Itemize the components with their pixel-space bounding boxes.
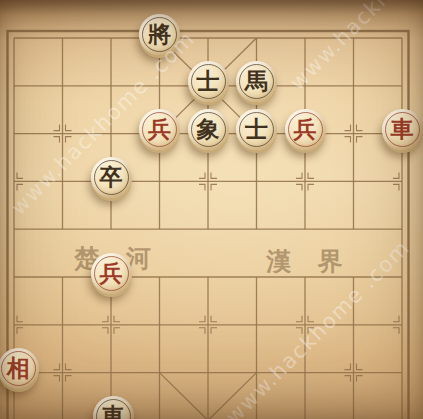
- piece-glyph: 兵: [100, 261, 123, 284]
- piece-black-advisor-2[interactable]: 士: [236, 109, 277, 150]
- piece-glyph: 車: [391, 117, 414, 140]
- piece-glyph: 車: [102, 404, 125, 419]
- piece-black-horse[interactable]: 馬: [236, 61, 277, 102]
- piece-red-soldier-3[interactable]: 兵: [91, 253, 132, 294]
- piece-red-chariot[interactable]: 車: [382, 109, 423, 150]
- piece-black-elephant[interactable]: 象: [188, 109, 229, 150]
- piece-red-elephant[interactable]: 相: [0, 348, 39, 389]
- piece-glyph: 兵: [148, 117, 171, 140]
- piece-glyph: 兵: [294, 117, 317, 140]
- piece-glyph: 馬: [245, 69, 268, 92]
- piece-red-soldier-2[interactable]: 兵: [285, 109, 326, 150]
- piece-black-advisor-1[interactable]: 士: [188, 61, 229, 102]
- xiangqi-board[interactable]: 楚 河 漢 界 將士馬兵象士兵車卒兵相車 www.hackhome .com w…: [0, 0, 423, 419]
- piece-black-general[interactable]: 將: [139, 14, 180, 55]
- piece-glyph: 士: [245, 117, 268, 140]
- piece-black-soldier[interactable]: 卒: [91, 157, 132, 198]
- piece-glyph: 象: [197, 117, 220, 140]
- piece-glyph: 士: [197, 69, 220, 92]
- piece-glyph: 將: [148, 22, 171, 45]
- piece-glyph: 卒: [100, 165, 123, 188]
- piece-red-soldier-1[interactable]: 兵: [139, 109, 180, 150]
- piece-glyph: 相: [7, 356, 30, 379]
